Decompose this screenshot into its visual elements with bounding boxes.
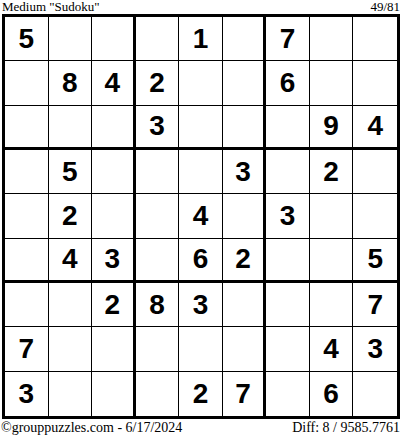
cell-r3c7[interactable] [266, 106, 310, 150]
cell-r5c4[interactable] [136, 194, 180, 238]
cell-r2c6[interactable] [223, 61, 267, 105]
cell-r7c3[interactable]: 2 [92, 283, 136, 327]
cell-r3c4[interactable]: 3 [136, 106, 180, 150]
cell-r5c7[interactable]: 3 [266, 194, 310, 238]
cell-r3c6[interactable] [223, 106, 267, 150]
cell-r3c5[interactable] [179, 106, 223, 150]
cell-r1c7[interactable]: 7 [266, 17, 310, 61]
cell-r4c4[interactable] [136, 150, 180, 194]
cell-r9c7[interactable] [266, 372, 310, 416]
cell-r8c9[interactable]: 3 [353, 327, 397, 371]
cell-r5c9[interactable] [353, 194, 397, 238]
cell-r9c8[interactable]: 6 [310, 372, 354, 416]
header: Medium "Sudoku" 49/81 [0, 0, 402, 14]
cell-r9c3[interactable] [92, 372, 136, 416]
sudoku-page: Medium "Sudoku" 49/81 517842639453224343… [0, 0, 402, 437]
cell-r6c9[interactable]: 5 [353, 239, 397, 283]
cell-r6c7[interactable] [266, 239, 310, 283]
cell-r8c6[interactable] [223, 327, 267, 371]
cell-r2c2[interactable]: 8 [49, 61, 93, 105]
cell-r1c9[interactable] [353, 17, 397, 61]
cell-r1c2[interactable] [49, 17, 93, 61]
cell-r2c1[interactable] [5, 61, 49, 105]
cell-r2c8[interactable] [310, 61, 354, 105]
cell-r4c3[interactable] [92, 150, 136, 194]
cell-r7c4[interactable]: 8 [136, 283, 180, 327]
cell-r9c1[interactable]: 3 [5, 372, 49, 416]
cell-r7c8[interactable] [310, 283, 354, 327]
cell-r3c3[interactable] [92, 106, 136, 150]
cell-r2c4[interactable]: 2 [136, 61, 180, 105]
copyright-text: ©grouppuzzles.com - 6/17/2024 [1, 420, 182, 436]
empty-cells-counter: 49/81 [370, 0, 400, 13]
cell-r6c6[interactable]: 2 [223, 239, 267, 283]
cell-r2c3[interactable]: 4 [92, 61, 136, 105]
cell-r4c5[interactable] [179, 150, 223, 194]
cell-r7c6[interactable] [223, 283, 267, 327]
cell-r4c7[interactable] [266, 150, 310, 194]
cell-r8c3[interactable] [92, 327, 136, 371]
cell-r4c1[interactable] [5, 150, 49, 194]
cell-r7c2[interactable] [49, 283, 93, 327]
cell-r7c5[interactable]: 3 [179, 283, 223, 327]
cell-r1c3[interactable] [92, 17, 136, 61]
cell-r8c5[interactable] [179, 327, 223, 371]
cell-r6c5[interactable]: 6 [179, 239, 223, 283]
cell-r1c4[interactable] [136, 17, 180, 61]
cell-r6c3[interactable]: 3 [92, 239, 136, 283]
cell-r8c8[interactable]: 4 [310, 327, 354, 371]
cell-r6c2[interactable]: 4 [49, 239, 93, 283]
cell-r5c8[interactable] [310, 194, 354, 238]
cell-r7c7[interactable] [266, 283, 310, 327]
cell-r5c5[interactable]: 4 [179, 194, 223, 238]
cell-r3c2[interactable] [49, 106, 93, 150]
cell-r7c1[interactable] [5, 283, 49, 327]
cell-r7c9[interactable]: 7 [353, 283, 397, 327]
cell-r5c1[interactable] [5, 194, 49, 238]
cell-r8c2[interactable] [49, 327, 93, 371]
cell-r4c8[interactable]: 2 [310, 150, 354, 194]
cell-r8c7[interactable] [266, 327, 310, 371]
cell-r4c2[interactable]: 5 [49, 150, 93, 194]
cell-r9c9[interactable] [353, 372, 397, 416]
sudoku-grid: 51784263945322434362528377433276 [2, 14, 400, 419]
cell-r9c4[interactable] [136, 372, 180, 416]
cell-r8c1[interactable]: 7 [5, 327, 49, 371]
cell-r1c1[interactable]: 5 [5, 17, 49, 61]
cell-r3c8[interactable]: 9 [310, 106, 354, 150]
cell-r5c2[interactable]: 2 [49, 194, 93, 238]
cell-r6c8[interactable] [310, 239, 354, 283]
cell-r9c2[interactable] [49, 372, 93, 416]
cell-r6c4[interactable] [136, 239, 180, 283]
cell-r9c6[interactable]: 7 [223, 372, 267, 416]
footer: ©grouppuzzles.com - 6/17/2024 Diff: 8 / … [0, 419, 402, 437]
cell-r2c7[interactable]: 6 [266, 61, 310, 105]
difficulty-text: Diff: 8 / 9585.7761 [292, 420, 400, 436]
cell-r2c9[interactable] [353, 61, 397, 105]
cell-r5c6[interactable] [223, 194, 267, 238]
cell-r1c8[interactable] [310, 17, 354, 61]
cell-r4c6[interactable]: 3 [223, 150, 267, 194]
cell-r4c9[interactable] [353, 150, 397, 194]
cell-r1c6[interactable] [223, 17, 267, 61]
cell-r6c1[interactable] [5, 239, 49, 283]
cell-r3c9[interactable]: 4 [353, 106, 397, 150]
page-title: Medium "Sudoku" [2, 0, 100, 13]
cell-r9c5[interactable]: 2 [179, 372, 223, 416]
cell-r3c1[interactable] [5, 106, 49, 150]
cell-r8c4[interactable] [136, 327, 180, 371]
cell-r5c3[interactable] [92, 194, 136, 238]
cell-r1c5[interactable]: 1 [179, 17, 223, 61]
cell-r2c5[interactable] [179, 61, 223, 105]
